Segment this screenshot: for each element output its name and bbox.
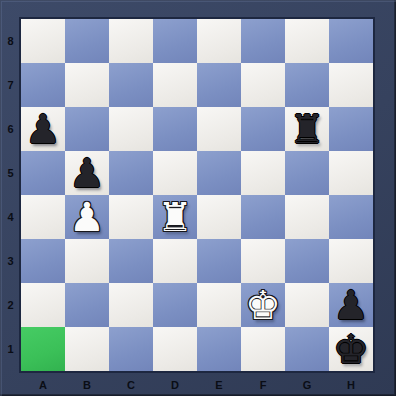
- square-a1[interactable]: [21, 327, 65, 371]
- square-c5[interactable]: [109, 151, 153, 195]
- square-a3[interactable]: [21, 239, 65, 283]
- square-b4[interactable]: ♟: [65, 195, 109, 239]
- square-d3[interactable]: [153, 239, 197, 283]
- square-b7[interactable]: [65, 63, 109, 107]
- square-h3[interactable]: [329, 239, 373, 283]
- square-g8[interactable]: [285, 19, 329, 63]
- square-f2[interactable]: ♚: [241, 283, 285, 327]
- square-c2[interactable]: [109, 283, 153, 327]
- file-label-e: E: [197, 373, 241, 396]
- piece-black-pawn-b5[interactable]: ♟: [65, 151, 109, 195]
- square-f7[interactable]: [241, 63, 285, 107]
- square-g5[interactable]: [285, 151, 329, 195]
- square-c1[interactable]: [109, 327, 153, 371]
- rank-label-2: 2: [0, 283, 21, 327]
- square-h2[interactable]: ♟: [329, 283, 373, 327]
- file-label-c: C: [109, 373, 153, 396]
- square-g6[interactable]: ♜: [285, 107, 329, 151]
- square-e5[interactable]: [197, 151, 241, 195]
- square-e2[interactable]: [197, 283, 241, 327]
- square-e1[interactable]: [197, 327, 241, 371]
- square-e7[interactable]: [197, 63, 241, 107]
- square-b6[interactable]: [65, 107, 109, 151]
- piece-white-king-f2[interactable]: ♚: [241, 283, 285, 327]
- square-e6[interactable]: [197, 107, 241, 151]
- file-label-g: G: [285, 373, 329, 396]
- square-a7[interactable]: [21, 63, 65, 107]
- square-h6[interactable]: [329, 107, 373, 151]
- rank-labels: 87654321: [0, 19, 21, 371]
- square-e4[interactable]: [197, 195, 241, 239]
- rank-label-3: 3: [0, 239, 21, 283]
- file-label-a: A: [21, 373, 65, 396]
- square-f1[interactable]: [241, 327, 285, 371]
- square-d6[interactable]: [153, 107, 197, 151]
- piece-black-rook-g6[interactable]: ♜: [285, 107, 329, 151]
- square-f3[interactable]: [241, 239, 285, 283]
- square-e8[interactable]: [197, 19, 241, 63]
- square-c4[interactable]: [109, 195, 153, 239]
- square-c7[interactable]: [109, 63, 153, 107]
- square-b1[interactable]: [65, 327, 109, 371]
- square-g1[interactable]: [285, 327, 329, 371]
- file-label-h: H: [329, 373, 373, 396]
- chessboard-frame: 87654321 ♟♜♟♟♜♚♟♚ ABCDEFGH: [0, 0, 396, 396]
- rank-label-7: 7: [0, 63, 21, 107]
- square-b3[interactable]: [65, 239, 109, 283]
- file-label-f: F: [241, 373, 285, 396]
- square-d2[interactable]: [153, 283, 197, 327]
- square-h4[interactable]: [329, 195, 373, 239]
- square-d1[interactable]: [153, 327, 197, 371]
- square-a5[interactable]: [21, 151, 65, 195]
- square-f5[interactable]: [241, 151, 285, 195]
- square-a2[interactable]: [21, 283, 65, 327]
- piece-white-rook-d4[interactable]: ♜: [153, 195, 197, 239]
- piece-black-pawn-h2[interactable]: ♟: [329, 283, 373, 327]
- rank-label-4: 4: [0, 195, 21, 239]
- square-a8[interactable]: [21, 19, 65, 63]
- square-d5[interactable]: [153, 151, 197, 195]
- square-c8[interactable]: [109, 19, 153, 63]
- square-c6[interactable]: [109, 107, 153, 151]
- rank-label-1: 1: [0, 327, 21, 371]
- square-d8[interactable]: [153, 19, 197, 63]
- square-f4[interactable]: [241, 195, 285, 239]
- square-h8[interactable]: [329, 19, 373, 63]
- chessboard: ♟♜♟♟♜♚♟♚: [21, 19, 373, 371]
- rank-label-8: 8: [0, 19, 21, 63]
- square-a6[interactable]: ♟: [21, 107, 65, 151]
- rank-label-6: 6: [0, 107, 21, 151]
- file-label-b: B: [65, 373, 109, 396]
- file-label-d: D: [153, 373, 197, 396]
- square-b5[interactable]: ♟: [65, 151, 109, 195]
- square-d4[interactable]: ♜: [153, 195, 197, 239]
- square-e3[interactable]: [197, 239, 241, 283]
- rank-label-5: 5: [0, 151, 21, 195]
- square-g2[interactable]: [285, 283, 329, 327]
- piece-white-pawn-b4[interactable]: ♟: [65, 195, 109, 239]
- file-labels: ABCDEFGH: [21, 373, 373, 396]
- square-f6[interactable]: [241, 107, 285, 151]
- square-g7[interactable]: [285, 63, 329, 107]
- square-h5[interactable]: [329, 151, 373, 195]
- square-h7[interactable]: [329, 63, 373, 107]
- piece-black-pawn-a6[interactable]: ♟: [21, 107, 65, 151]
- square-h1[interactable]: ♚: [329, 327, 373, 371]
- square-b2[interactable]: [65, 283, 109, 327]
- square-g3[interactable]: [285, 239, 329, 283]
- square-b8[interactable]: [65, 19, 109, 63]
- square-g4[interactable]: [285, 195, 329, 239]
- piece-black-king-h1[interactable]: ♚: [329, 327, 373, 371]
- square-c3[interactable]: [109, 239, 153, 283]
- square-d7[interactable]: [153, 63, 197, 107]
- square-a4[interactable]: [21, 195, 65, 239]
- square-f8[interactable]: [241, 19, 285, 63]
